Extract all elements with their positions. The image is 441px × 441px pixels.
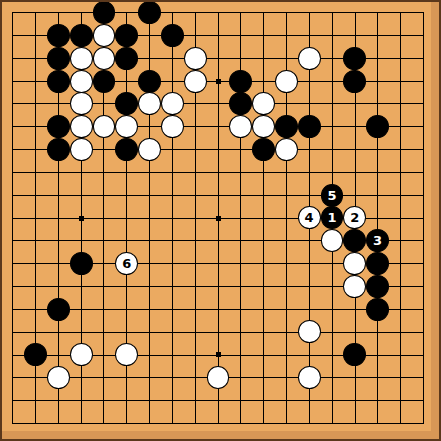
stone-black — [47, 115, 70, 138]
intersection — [366, 275, 389, 298]
intersection — [138, 70, 161, 93]
intersection — [229, 70, 252, 93]
stone-black — [47, 298, 70, 321]
stone-white-move-6: 6 — [115, 252, 138, 275]
go-board: 541236 — [0, 0, 441, 441]
intersection — [115, 24, 138, 47]
intersection — [184, 47, 207, 70]
intersection: 3 — [366, 229, 389, 252]
intersection — [229, 115, 252, 138]
stone-white — [70, 70, 93, 93]
intersection — [70, 252, 93, 275]
stone-black-move-5: 5 — [321, 184, 344, 207]
stone-black — [93, 70, 116, 93]
stone-black — [343, 229, 366, 252]
stone-black — [366, 115, 389, 138]
stone-white — [138, 138, 161, 161]
intersection — [93, 115, 116, 138]
intersection — [47, 115, 70, 138]
stone-black — [343, 70, 366, 93]
stone-black — [298, 115, 321, 138]
intersection — [70, 343, 93, 366]
stone-black — [24, 343, 47, 366]
intersection — [93, 47, 116, 70]
intersection: 6 — [115, 252, 138, 275]
stones-layer: 541236 — [1, 1, 434, 434]
intersection — [366, 115, 389, 138]
intersection — [343, 70, 366, 93]
stone-black — [70, 252, 93, 275]
intersection — [343, 252, 366, 275]
stone-white — [161, 115, 184, 138]
intersection — [343, 229, 366, 252]
move-number-label: 4 — [305, 211, 314, 224]
intersection — [138, 93, 161, 116]
intersection — [275, 115, 298, 138]
move-number-label: 1 — [327, 211, 336, 224]
intersection: 4 — [298, 207, 321, 230]
intersection — [184, 70, 207, 93]
intersection — [207, 366, 230, 389]
intersection — [47, 47, 70, 70]
intersection — [138, 1, 161, 24]
stone-black — [343, 47, 366, 70]
stone-white — [184, 70, 207, 93]
stone-black — [275, 115, 298, 138]
stone-white — [70, 115, 93, 138]
intersection — [298, 366, 321, 389]
intersection — [47, 366, 70, 389]
intersection — [161, 93, 184, 116]
stone-white-move-4: 4 — [298, 206, 321, 229]
intersection — [275, 70, 298, 93]
intersection — [343, 275, 366, 298]
stone-white — [275, 70, 298, 93]
intersection — [366, 298, 389, 321]
intersection — [138, 138, 161, 161]
stone-white — [343, 275, 366, 298]
intersection — [47, 70, 70, 93]
intersection — [70, 24, 93, 47]
stone-black — [229, 70, 252, 93]
stone-black — [138, 70, 161, 93]
stone-black — [115, 138, 138, 161]
intersection — [47, 138, 70, 161]
stone-white — [252, 115, 275, 138]
stone-white — [207, 366, 230, 389]
stone-white — [184, 47, 207, 70]
stone-white — [70, 138, 93, 161]
intersection — [70, 47, 93, 70]
stone-white — [47, 366, 70, 389]
intersection — [115, 47, 138, 70]
stone-black-move-1: 1 — [321, 206, 344, 229]
stone-white — [252, 92, 275, 115]
intersection — [275, 138, 298, 161]
stone-white — [275, 138, 298, 161]
intersection — [70, 138, 93, 161]
stone-black — [161, 24, 184, 47]
stone-white — [298, 320, 321, 343]
intersection — [321, 229, 344, 252]
intersection — [343, 343, 366, 366]
stone-white — [229, 115, 252, 138]
stone-white — [161, 92, 184, 115]
move-number-label: 3 — [373, 234, 382, 247]
stone-white — [70, 47, 93, 70]
stone-black — [47, 138, 70, 161]
move-number-label: 5 — [327, 189, 336, 202]
stone-white — [93, 47, 116, 70]
intersection — [93, 24, 116, 47]
stone-black — [229, 92, 252, 115]
intersection — [115, 93, 138, 116]
intersection — [70, 70, 93, 93]
stone-white — [70, 92, 93, 115]
stone-white — [138, 92, 161, 115]
intersection: 5 — [321, 184, 344, 207]
intersection — [93, 70, 116, 93]
move-number-label: 2 — [350, 211, 359, 224]
intersection — [70, 115, 93, 138]
stone-black — [366, 275, 389, 298]
intersection — [298, 47, 321, 70]
stone-black — [115, 47, 138, 70]
stone-black — [343, 343, 366, 366]
stone-black — [366, 298, 389, 321]
intersection — [70, 93, 93, 116]
intersection — [115, 343, 138, 366]
intersection — [115, 115, 138, 138]
move-number-label: 6 — [122, 257, 131, 270]
stone-black — [47, 47, 70, 70]
intersection — [366, 252, 389, 275]
stone-black — [115, 24, 138, 47]
stone-black-move-3: 3 — [366, 229, 389, 252]
stone-black — [70, 24, 93, 47]
stone-white — [70, 343, 93, 366]
stone-white — [93, 24, 116, 47]
intersection — [161, 115, 184, 138]
intersection — [161, 24, 184, 47]
stone-white — [321, 229, 344, 252]
stone-white-move-2: 2 — [343, 206, 366, 229]
stone-white — [298, 366, 321, 389]
intersection: 1 — [321, 207, 344, 230]
intersection — [298, 321, 321, 344]
intersection — [47, 24, 70, 47]
intersection — [115, 138, 138, 161]
intersection — [343, 47, 366, 70]
stone-white — [115, 343, 138, 366]
stone-white — [298, 47, 321, 70]
intersection — [252, 115, 275, 138]
intersection — [47, 298, 70, 321]
intersection: 2 — [343, 207, 366, 230]
stone-white — [343, 252, 366, 275]
intersection — [24, 343, 47, 366]
stone-black — [366, 252, 389, 275]
stone-black — [252, 138, 275, 161]
stone-white — [115, 115, 138, 138]
stone-black — [93, 1, 116, 24]
stone-black — [115, 92, 138, 115]
stone-white — [93, 115, 116, 138]
intersection — [229, 93, 252, 116]
intersection — [298, 115, 321, 138]
stone-black — [138, 1, 161, 24]
intersection — [93, 1, 116, 24]
stone-black — [47, 70, 70, 93]
intersection — [252, 138, 275, 161]
stone-black — [47, 24, 70, 47]
intersection — [252, 93, 275, 116]
